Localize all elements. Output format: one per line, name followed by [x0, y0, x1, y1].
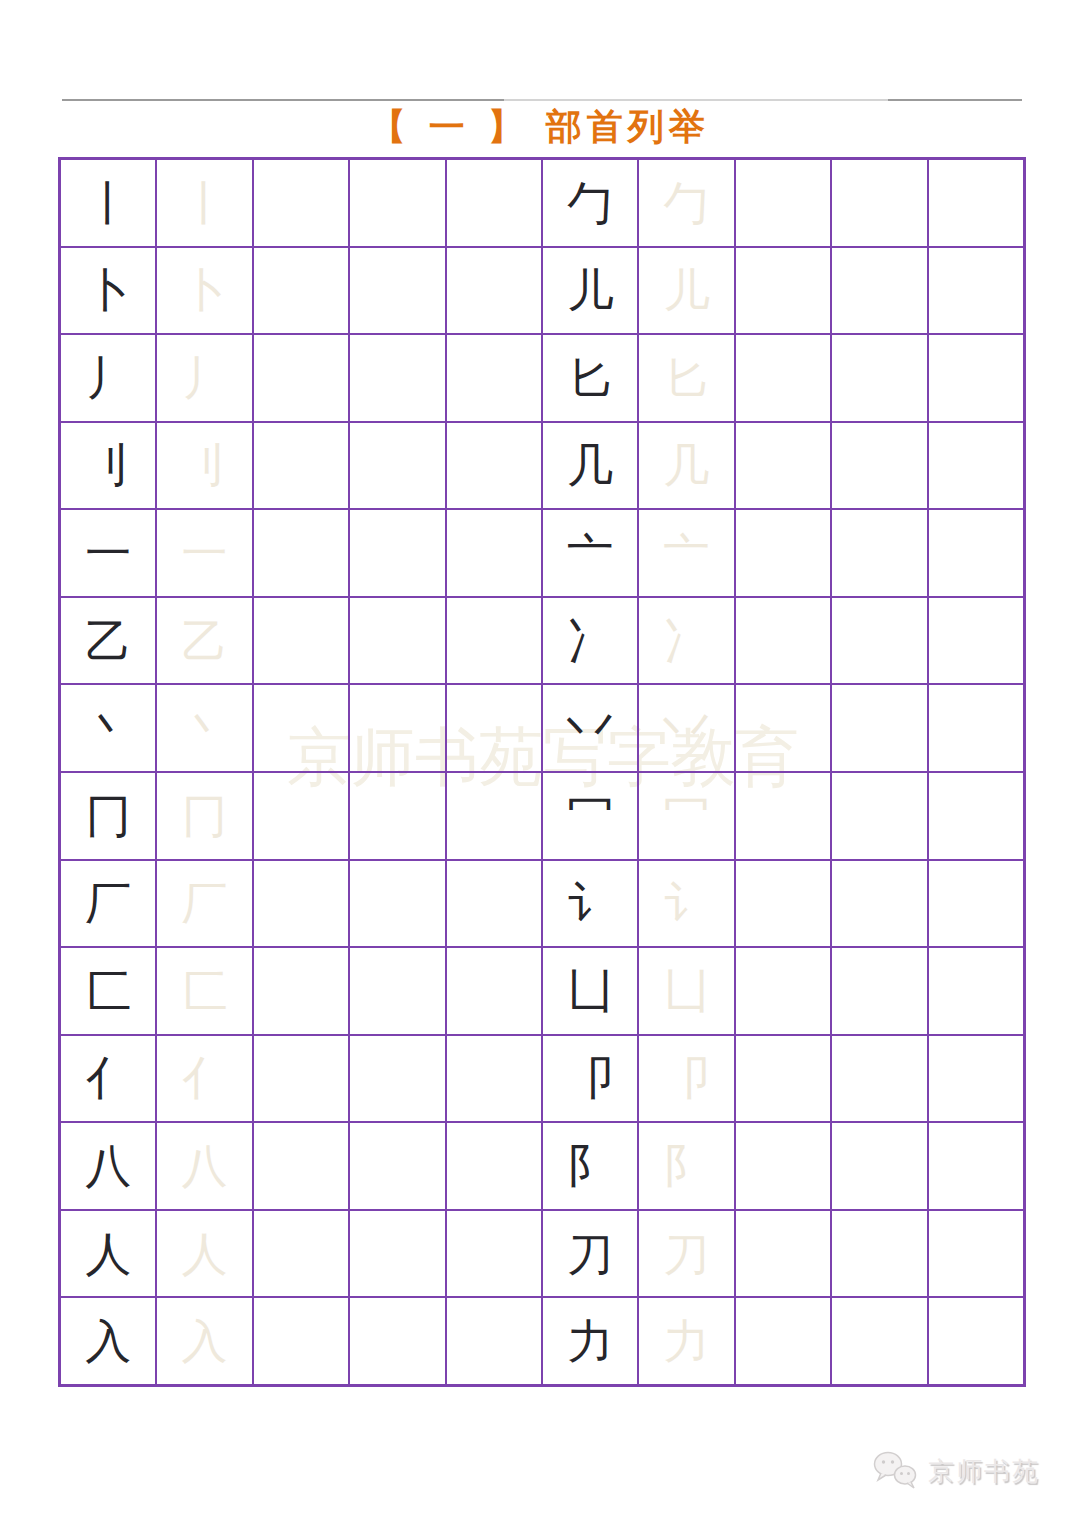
- grid-cell-r14c4: [349, 1297, 445, 1385]
- grid-cell-r2c8: [735, 247, 831, 335]
- footer-brand: 京师书苑: [872, 1450, 1040, 1492]
- grid-cell-r1c3: [253, 159, 349, 247]
- grid-cell-r10c8: [735, 947, 831, 1035]
- grid-cell-r7c2: 丶: [156, 684, 252, 772]
- grid-cell-r10c2: 匚: [156, 947, 252, 1035]
- grid-cell-r11c1: 亻: [60, 1035, 156, 1123]
- grid-cell-r9c9: [831, 860, 927, 948]
- grid-cell-r4c6: 几: [542, 422, 638, 510]
- grid-cell-r14c3: [253, 1297, 349, 1385]
- grid-cell-r2c4: [349, 247, 445, 335]
- grid-cell-r1c10: [928, 159, 1024, 247]
- grid-cell-r10c10: [928, 947, 1024, 1035]
- grid-cell-r7c7: 丷: [638, 684, 734, 772]
- grid-cell-r4c1: 刂: [60, 422, 156, 510]
- grid-cell-r6c7: 冫: [638, 597, 734, 685]
- grid-cell-r10c3: [253, 947, 349, 1035]
- grid-cell-r6c3: [253, 597, 349, 685]
- grid-cell-r3c2: 丿: [156, 334, 252, 422]
- grid-cell-r9c2: 厂: [156, 860, 252, 948]
- grid-cell-r13c10: [928, 1210, 1024, 1298]
- grid-cell-r14c2: 入: [156, 1297, 252, 1385]
- grid-cell-r10c4: [349, 947, 445, 1035]
- grid-cell-r7c1: 丶: [60, 684, 156, 772]
- grid-cell-r13c8: [735, 1210, 831, 1298]
- grid-cell-r12c7: 阝: [638, 1122, 734, 1210]
- grid-cell-r8c4: [349, 772, 445, 860]
- grid-cell-r14c8: [735, 1297, 831, 1385]
- grid-cell-r6c4: [349, 597, 445, 685]
- grid-cell-r2c9: [831, 247, 927, 335]
- grid-cell-r1c9: [831, 159, 927, 247]
- grid-cell-r4c2: 刂: [156, 422, 252, 510]
- grid-cell-r5c5: [446, 509, 542, 597]
- grid-cell-r4c9: [831, 422, 927, 510]
- radical-practice-grid: 丨丨勹勹卜卜儿儿丿丿匕匕刂刂几几一一亠亠乙乙冫冫丶丶丷丷冂冂冖冖厂厂讠讠匚匚凵凵…: [58, 157, 1026, 1387]
- grid-cell-r7c10: [928, 684, 1024, 772]
- grid-cell-r6c10: [928, 597, 1024, 685]
- grid-cell-r5c6: 亠: [542, 509, 638, 597]
- grid-cell-r13c4: [349, 1210, 445, 1298]
- grid-cell-r13c6: 刀: [542, 1210, 638, 1298]
- grid-cell-r8c2: 冂: [156, 772, 252, 860]
- header-divider-line: [62, 99, 1022, 101]
- grid-cell-r2c10: [928, 247, 1024, 335]
- grid-cell-r6c2: 乙: [156, 597, 252, 685]
- grid-cell-r14c1: 入: [60, 1297, 156, 1385]
- grid-cell-r8c8: [735, 772, 831, 860]
- grid-cell-r8c9: [831, 772, 927, 860]
- wechat-bubbles-icon: [872, 1450, 920, 1492]
- grid-cell-r10c5: [446, 947, 542, 1035]
- grid-cell-r3c1: 丿: [60, 334, 156, 422]
- grid-cell-r10c7: 凵: [638, 947, 734, 1035]
- grid-cell-r9c6: 讠: [542, 860, 638, 948]
- grid-cell-r8c7: 冖: [638, 772, 734, 860]
- grid-cell-r3c5: [446, 334, 542, 422]
- grid-cell-r13c3: [253, 1210, 349, 1298]
- grid-cell-r3c8: [735, 334, 831, 422]
- grid-cell-r14c6: 力: [542, 1297, 638, 1385]
- grid-cell-r10c6: 凵: [542, 947, 638, 1035]
- grid-cell-r9c10: [928, 860, 1024, 948]
- grid-cell-r2c5: [446, 247, 542, 335]
- grid-cell-r12c1: 八: [60, 1122, 156, 1210]
- grid-cell-r11c4: [349, 1035, 445, 1123]
- grid-cell-r6c1: 乙: [60, 597, 156, 685]
- grid-cell-r9c8: [735, 860, 831, 948]
- footer-brand-text: 京师书苑: [928, 1454, 1040, 1489]
- grid-cell-r14c10: [928, 1297, 1024, 1385]
- grid-cell-r13c7: 刀: [638, 1210, 734, 1298]
- grid-cell-r9c1: 厂: [60, 860, 156, 948]
- grid-cell-r11c7: 卩: [638, 1035, 734, 1123]
- grid-cell-r7c9: [831, 684, 927, 772]
- grid-cell-r8c5: [446, 772, 542, 860]
- grid-cell-r14c9: [831, 1297, 927, 1385]
- grid-cell-r3c3: [253, 334, 349, 422]
- grid-cell-r1c2: 丨: [156, 159, 252, 247]
- grid-cell-r12c6: 阝: [542, 1122, 638, 1210]
- grid-cell-r5c8: [735, 509, 831, 597]
- grid-cell-r4c8: [735, 422, 831, 510]
- grid-cell-r6c9: [831, 597, 927, 685]
- grid-cell-r12c3: [253, 1122, 349, 1210]
- grid-cell-r5c3: [253, 509, 349, 597]
- grid-cell-r14c5: [446, 1297, 542, 1385]
- grid-cell-r3c6: 匕: [542, 334, 638, 422]
- grid-cell-r5c7: 亠: [638, 509, 734, 597]
- grid-cell-r6c5: [446, 597, 542, 685]
- grid-cell-r8c3: [253, 772, 349, 860]
- grid-cell-r13c5: [446, 1210, 542, 1298]
- grid-cell-r10c9: [831, 947, 927, 1035]
- grid-cell-r9c5: [446, 860, 542, 948]
- grid-cell-r2c2: 卜: [156, 247, 252, 335]
- grid-cell-r11c2: 亻: [156, 1035, 252, 1123]
- grid-cell-r12c2: 八: [156, 1122, 252, 1210]
- grid-cell-r3c10: [928, 334, 1024, 422]
- grid-cell-r1c8: [735, 159, 831, 247]
- grid-cell-r2c3: [253, 247, 349, 335]
- grid-cell-r11c9: [831, 1035, 927, 1123]
- grid-cell-r7c6: 丷: [542, 684, 638, 772]
- grid-cell-r11c3: [253, 1035, 349, 1123]
- grid-cell-r5c1: 一: [60, 509, 156, 597]
- grid-cell-r2c6: 儿: [542, 247, 638, 335]
- grid-cell-r11c5: [446, 1035, 542, 1123]
- grid-cell-r7c8: [735, 684, 831, 772]
- grid-cell-r1c6: 勹: [542, 159, 638, 247]
- grid-cell-r7c3: [253, 684, 349, 772]
- grid-cell-r9c7: 讠: [638, 860, 734, 948]
- grid-cell-r8c10: [928, 772, 1024, 860]
- grid-cell-r2c1: 卜: [60, 247, 156, 335]
- grid-cell-r13c1: 人: [60, 1210, 156, 1298]
- grid-cell-r8c6: 冖: [542, 772, 638, 860]
- grid-cell-r7c5: [446, 684, 542, 772]
- grid-cell-r3c4: [349, 334, 445, 422]
- grid-cell-r1c4: [349, 159, 445, 247]
- grid-cell-r10c1: 匚: [60, 947, 156, 1035]
- page-title: 【 一 】 部首列举: [0, 103, 1080, 152]
- grid-cell-r11c10: [928, 1035, 1024, 1123]
- grid-cell-r4c7: 几: [638, 422, 734, 510]
- grid-cell-r11c8: [735, 1035, 831, 1123]
- grid-cell-r6c6: 冫: [542, 597, 638, 685]
- grid-cell-r9c4: [349, 860, 445, 948]
- grid-cell-r3c9: [831, 334, 927, 422]
- grid-cell-r11c6: 卩: [542, 1035, 638, 1123]
- grid-cell-r1c1: 丨: [60, 159, 156, 247]
- grid-cell-r4c3: [253, 422, 349, 510]
- grid-cell-r13c2: 人: [156, 1210, 252, 1298]
- grid-cell-r4c10: [928, 422, 1024, 510]
- grid-cell-r4c5: [446, 422, 542, 510]
- grid-cell-r12c8: [735, 1122, 831, 1210]
- grid-cell-r12c4: [349, 1122, 445, 1210]
- grid-cell-r12c5: [446, 1122, 542, 1210]
- grid-cell-r7c4: [349, 684, 445, 772]
- grid-cell-r5c9: [831, 509, 927, 597]
- grid-cell-r13c9: [831, 1210, 927, 1298]
- grid-cell-r9c3: [253, 860, 349, 948]
- grid-cell-r14c7: 力: [638, 1297, 734, 1385]
- grid-cell-r1c5: [446, 159, 542, 247]
- grid-cell-r12c9: [831, 1122, 927, 1210]
- grid-cell-r6c8: [735, 597, 831, 685]
- grid-cell-r12c10: [928, 1122, 1024, 1210]
- grid-cell-r1c7: 勹: [638, 159, 734, 247]
- grid-cell-r5c10: [928, 509, 1024, 597]
- grid-cell-r4c4: [349, 422, 445, 510]
- grid-cell-r2c7: 儿: [638, 247, 734, 335]
- grid-cell-r3c7: 匕: [638, 334, 734, 422]
- grid-cell-r5c4: [349, 509, 445, 597]
- grid-cell-r8c1: 冂: [60, 772, 156, 860]
- grid-cell-r5c2: 一: [156, 509, 252, 597]
